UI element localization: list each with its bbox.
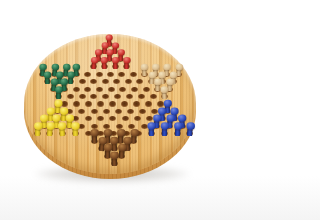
peg-cap — [123, 57, 130, 63]
peg-cap — [101, 42, 108, 48]
peg-yellow[interactable] — [45, 122, 55, 136]
peg-cap — [112, 42, 120, 48]
peg-cap — [186, 122, 195, 130]
board-hole[interactable] — [67, 94, 74, 99]
board-hole[interactable] — [108, 87, 115, 92]
board-hole[interactable] — [130, 72, 137, 77]
peg-cap — [90, 129, 99, 136]
board-hole[interactable] — [118, 72, 125, 77]
peg-cap — [147, 122, 156, 129]
peg-cap — [122, 136, 131, 143]
peg-cap — [39, 114, 48, 122]
board-hole[interactable] — [73, 101, 80, 106]
peg-cap — [129, 129, 138, 137]
board-hole[interactable] — [103, 109, 110, 114]
board-hole[interactable] — [96, 72, 103, 77]
board-hole[interactable] — [96, 87, 103, 92]
peg-blue[interactable] — [160, 122, 170, 136]
peg-cap — [59, 107, 67, 114]
peg-cap — [65, 115, 73, 122]
peg-cap — [160, 85, 168, 92]
board-hole[interactable] — [91, 109, 98, 114]
peg-cap — [160, 122, 168, 129]
peg-cap — [72, 64, 80, 71]
peg-cap — [116, 129, 125, 136]
peg-yellow[interactable] — [70, 122, 80, 136]
board-hole[interactable] — [109, 101, 116, 106]
peg-cap — [104, 144, 113, 151]
chinese-checkers-product-photo — [0, 0, 220, 220]
board-hole[interactable] — [121, 101, 128, 106]
peg-cap — [166, 78, 174, 85]
peg-cap — [70, 122, 79, 129]
board-hole[interactable] — [125, 79, 132, 84]
peg-cap — [60, 78, 68, 85]
board-hole[interactable] — [115, 109, 122, 114]
peg-yellow[interactable] — [32, 122, 42, 136]
peg-cap — [46, 122, 55, 130]
board-hole[interactable] — [97, 101, 104, 106]
peg-red[interactable] — [111, 57, 120, 69]
board-hole[interactable] — [102, 79, 109, 84]
peg-cap — [175, 64, 183, 71]
board-hole[interactable] — [133, 101, 140, 106]
peg-cap — [152, 64, 160, 70]
peg-cap — [170, 107, 179, 114]
peg-cap — [57, 122, 66, 130]
peg-cap — [154, 78, 162, 84]
peg-cap — [169, 71, 177, 78]
peg-cap — [106, 49, 113, 55]
peg-cap — [110, 151, 119, 159]
peg-tan[interactable] — [159, 85, 169, 98]
peg-cap — [177, 114, 186, 122]
board-hole[interactable] — [73, 87, 80, 92]
peg-yellow[interactable] — [57, 122, 68, 137]
board-hole[interactable] — [119, 87, 126, 92]
peg-cap — [39, 64, 47, 70]
peg-cap — [54, 100, 62, 107]
peg-cap — [67, 71, 75, 77]
peg-cap — [103, 129, 112, 136]
board-hole[interactable] — [84, 87, 91, 92]
board-hole[interactable] — [131, 87, 138, 92]
peg-cap — [163, 100, 171, 107]
peg-cap — [52, 115, 61, 122]
peg-red[interactable] — [89, 56, 98, 69]
board-hole[interactable] — [126, 94, 133, 99]
peg-cap — [33, 122, 42, 129]
peg-cap — [105, 35, 113, 41]
peg-blue[interactable] — [172, 122, 182, 136]
peg-cap — [50, 78, 58, 85]
board-hole[interactable] — [150, 94, 157, 99]
peg-cap — [158, 71, 166, 78]
peg-cap — [153, 115, 162, 122]
peg-cap — [51, 64, 59, 71]
board-hole[interactable] — [79, 79, 86, 84]
peg-cap — [148, 71, 156, 78]
board-hole[interactable] — [138, 94, 145, 99]
peg-blue[interactable] — [185, 122, 195, 136]
peg-red[interactable] — [100, 56, 109, 69]
peg-cap — [55, 71, 63, 77]
peg-cap — [54, 86, 62, 92]
board-hole[interactable] — [145, 101, 152, 106]
board-hole[interactable] — [79, 94, 86, 99]
peg-cap — [43, 71, 51, 78]
board-hole[interactable] — [107, 72, 114, 77]
peg-cap — [173, 122, 182, 129]
peg-cap — [117, 144, 126, 152]
board-hole[interactable] — [85, 101, 92, 106]
peg-cap — [163, 64, 171, 70]
peg-cap — [100, 56, 108, 63]
peg-cap — [117, 49, 124, 55]
peg-cap — [140, 64, 148, 71]
board-hole[interactable] — [143, 87, 150, 92]
peg-brown[interactable] — [109, 151, 120, 166]
peg-cap — [90, 56, 98, 63]
peg-cap — [112, 57, 120, 63]
peg-green[interactable] — [54, 86, 63, 99]
peg-cap — [166, 115, 175, 122]
peg-red[interactable] — [123, 57, 131, 69]
peg-cap — [62, 64, 70, 71]
peg-blue[interactable] — [146, 122, 156, 136]
peg-cap — [95, 49, 102, 55]
